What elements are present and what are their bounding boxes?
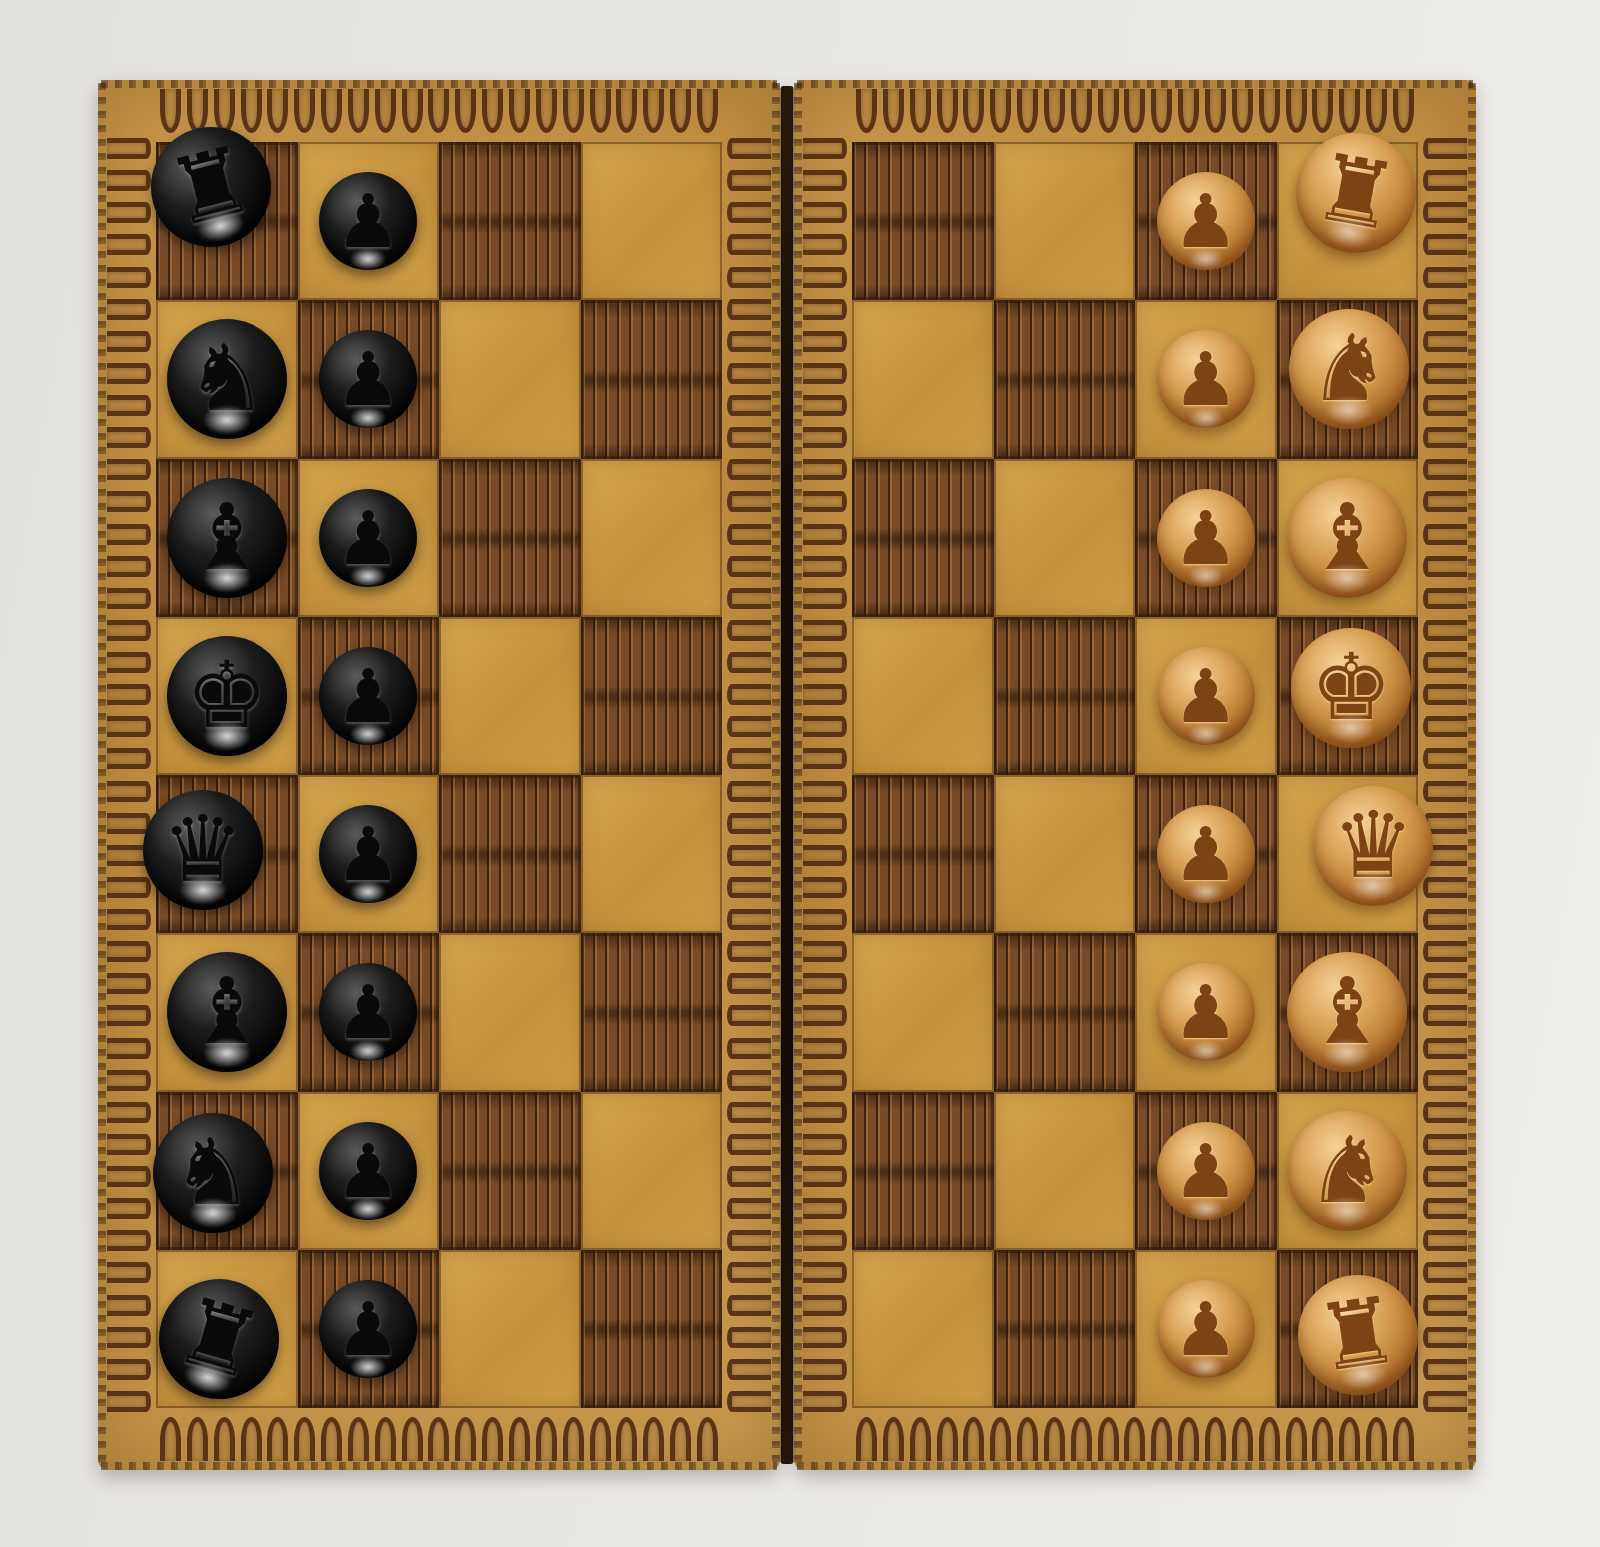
carved-arch-ornament xyxy=(107,588,151,609)
carved-arch-ornament xyxy=(1423,363,1467,384)
carved-arch-ornament xyxy=(727,363,771,384)
carved-arch-ornament xyxy=(803,331,847,352)
carved-arch-ornament xyxy=(267,1417,288,1461)
carved-arch-ornament xyxy=(727,941,771,962)
carved-arch-ornament xyxy=(1124,89,1145,133)
square-e5[interactable] xyxy=(581,617,723,775)
carved-arch-ornament xyxy=(803,1134,847,1155)
gloss-highlight xyxy=(1325,395,1373,425)
carved-arch-ornament xyxy=(727,1391,771,1412)
carved-arch-ornament xyxy=(803,363,847,384)
carved-arch-ornament xyxy=(727,524,771,545)
black-pawn-glyph: ♟ xyxy=(335,817,401,891)
carved-arch-ornament xyxy=(616,89,637,133)
piece-black-pawn[interactable]: ♟ xyxy=(298,933,440,1091)
carved-arch-ornament xyxy=(727,331,771,352)
square-h8[interactable]: ♜ xyxy=(156,142,298,300)
gloss-highlight xyxy=(203,405,251,435)
gloss-highlight xyxy=(350,1040,386,1062)
carved-arch-ornament xyxy=(107,459,151,480)
carved-arch-ornament xyxy=(1423,395,1467,416)
carved-arch-ornament xyxy=(803,845,847,866)
carved-arch-ornament xyxy=(1423,1262,1467,1283)
carved-arch-ornament xyxy=(727,1166,771,1187)
square-b2[interactable]: ♟ xyxy=(1135,1092,1277,1250)
gloss-highlight xyxy=(1188,881,1224,903)
square-d5[interactable] xyxy=(581,775,723,933)
square-b1[interactable]: ♞ xyxy=(1277,1092,1419,1250)
gloss-highlight xyxy=(350,565,386,587)
carved-arch-ornament xyxy=(803,491,847,512)
carved-arch-ornament xyxy=(536,1417,557,1461)
carved-arch-ornament xyxy=(1393,1417,1414,1461)
carved-arch-ornament xyxy=(803,556,847,577)
carved-arch-ornament xyxy=(910,1417,931,1461)
carved-arch-ornament xyxy=(1205,89,1226,133)
piece-white-knight[interactable]: ♞ xyxy=(1277,1092,1419,1250)
square-h7[interactable]: ♟ xyxy=(298,142,440,300)
carved-arch-ornament xyxy=(727,1134,771,1155)
carved-arch-ornament xyxy=(428,1417,449,1461)
square-g3[interactable] xyxy=(994,300,1136,458)
carved-arch-ornament xyxy=(803,1198,847,1219)
carved-arch-ornament xyxy=(803,1359,847,1380)
piece-white-pawn[interactable]: ♟ xyxy=(1135,459,1277,617)
piece-white-pawn[interactable]: ♟ xyxy=(1135,933,1277,1091)
black-pawn-glyph: ♟ xyxy=(335,1134,401,1208)
carved-arch-ornament xyxy=(348,1417,369,1461)
carved-arch-ornament xyxy=(803,299,847,320)
white-pawn-glyph: ♟ xyxy=(1173,342,1239,416)
right-panel-grid: ♟♜♟♞♟♝♟♚♟♛♟♝♟♞♟♜ xyxy=(852,142,1418,1408)
square-d7[interactable]: ♟ xyxy=(298,775,440,933)
carved-arch-ornament xyxy=(803,684,847,705)
square-f1[interactable]: ♝ xyxy=(1277,459,1419,617)
carved-arch-ornament xyxy=(1423,234,1467,255)
carved-arch-ornament xyxy=(1423,202,1467,223)
board-left-panel: ♜♟♞♟♝♟♚♟♛♟♝♟♞♟♜♟ xyxy=(98,80,780,1470)
carved-arch-ornament xyxy=(727,170,771,191)
carved-arch-ornament xyxy=(803,1295,847,1316)
black-pawn-glyph: ♟ xyxy=(335,659,401,733)
carved-arch-ornament xyxy=(727,973,771,994)
carved-arch-ornament xyxy=(803,202,847,223)
piece-black-rook[interactable]: ♜ xyxy=(123,93,299,281)
gloss-highlight xyxy=(189,1198,237,1228)
carved-arch-ornament xyxy=(803,395,847,416)
board-edge-notches xyxy=(101,1462,777,1470)
square-f2[interactable]: ♟ xyxy=(1135,459,1277,617)
carved-arch-ornament xyxy=(1423,524,1467,545)
carved-arch-ornament xyxy=(1339,1417,1360,1461)
square-f3[interactable] xyxy=(994,459,1136,617)
carved-arch-ornament xyxy=(1423,973,1467,994)
carved-arch-ornament xyxy=(803,973,847,994)
piece-black-knight[interactable]: ♞ xyxy=(142,1094,284,1252)
board-edge-notches xyxy=(794,83,802,1467)
carved-arch-ornament xyxy=(107,1262,151,1283)
carved-arch-ornament xyxy=(107,267,151,288)
piece-white-pawn[interactable]: ♟ xyxy=(1135,300,1277,458)
square-a5[interactable] xyxy=(581,1250,723,1408)
carved-arch-ornament xyxy=(187,1417,208,1461)
carved-arch-ornament xyxy=(727,138,771,159)
carved-arch-ornament xyxy=(1286,1417,1307,1461)
left-panel-grid: ♜♟♞♟♝♟♚♟♛♟♝♟♞♟♜♟ xyxy=(156,142,722,1408)
carved-arch-ornament xyxy=(803,1262,847,1283)
carved-arch-ornament xyxy=(856,89,877,133)
carved-arch-ornament xyxy=(1044,1417,1065,1461)
square-b8[interactable]: ♞ xyxy=(156,1092,298,1250)
piece-black-bishop[interactable]: ♝ xyxy=(156,459,298,617)
square-e2[interactable]: ♟ xyxy=(1135,617,1277,775)
black-pawn-glyph: ♟ xyxy=(335,342,401,416)
carved-arch-ornament xyxy=(1423,491,1467,512)
square-b5[interactable] xyxy=(581,1092,723,1250)
carved-arch-ornament xyxy=(428,89,449,133)
square-b6[interactable] xyxy=(439,1092,581,1250)
carved-arch-ornament xyxy=(803,1102,847,1123)
carved-arch-ornament xyxy=(107,395,151,416)
gloss-highlight xyxy=(1323,1038,1371,1068)
carved-arch-ornament xyxy=(803,877,847,898)
square-a6[interactable] xyxy=(439,1250,581,1408)
carved-arch-ornament xyxy=(107,556,151,577)
piece-black-pawn[interactable]: ♟ xyxy=(298,142,440,300)
carved-arch-ornament xyxy=(803,716,847,737)
carved-arch-ornament xyxy=(727,395,771,416)
carved-arch-ornament xyxy=(727,202,771,223)
gloss-highlight xyxy=(1188,723,1224,745)
square-b7[interactable]: ♟ xyxy=(298,1092,440,1250)
carved-arch-ornament xyxy=(563,1417,584,1461)
square-g6[interactable] xyxy=(439,300,581,458)
carved-arch-ornament xyxy=(803,781,847,802)
board-edge-notches xyxy=(98,83,106,1467)
gloss-highlight xyxy=(1323,1196,1371,1226)
square-c2[interactable]: ♟ xyxy=(1135,933,1277,1091)
square-f8[interactable]: ♝ xyxy=(156,459,298,617)
carved-arch-ornament xyxy=(727,748,771,769)
carved-arch-ornament xyxy=(803,1230,847,1251)
piece-black-pawn[interactable]: ♟ xyxy=(298,300,440,458)
carved-arch-ornament xyxy=(107,427,151,448)
white-pawn-glyph: ♟ xyxy=(1173,1134,1239,1208)
carved-arch-ornament xyxy=(727,1005,771,1026)
board-edge-notches xyxy=(797,1462,1473,1470)
carved-arch-ornament xyxy=(1423,1070,1467,1091)
carved-arch-ornament xyxy=(727,588,771,609)
carved-arch-ornament xyxy=(590,1417,611,1461)
piece-white-pawn[interactable]: ♟ xyxy=(1135,775,1277,933)
carved-arch-ornament xyxy=(509,1417,530,1461)
carved-arch-ornament xyxy=(727,684,771,705)
gloss-highlight xyxy=(1349,871,1397,901)
piece-black-pawn[interactable]: ♟ xyxy=(298,775,440,933)
carved-arch-ornament xyxy=(1259,89,1280,133)
gloss-highlight xyxy=(350,1356,386,1378)
carved-arch-ornament xyxy=(321,89,342,133)
square-c5[interactable] xyxy=(581,933,723,1091)
carved-arch-ornament xyxy=(1259,1417,1280,1461)
carved-arch-ornament xyxy=(1124,1417,1145,1461)
carved-arch-ornament xyxy=(375,1417,396,1461)
square-e4[interactable] xyxy=(852,617,994,775)
piece-black-knight[interactable]: ♞ xyxy=(156,300,298,458)
chess-board: ♜♟♞♟♝♟♚♟♛♟♝♟♞♟♜♟ ♟♜♟♞♟♝♟♚♟♛♟♝♟♞♟♜ xyxy=(98,80,1476,1470)
carved-arch-ornament xyxy=(107,234,151,255)
carved-arch-ornament xyxy=(727,813,771,834)
piece-white-bishop[interactable]: ♝ xyxy=(1277,459,1419,617)
square-f6[interactable] xyxy=(439,459,581,617)
piece-black-pawn[interactable]: ♟ xyxy=(298,1250,440,1408)
piece-white-king[interactable]: ♚ xyxy=(1281,609,1423,767)
carved-arch-ornament xyxy=(727,267,771,288)
carved-arch-ornament xyxy=(1366,1417,1387,1461)
carved-arch-ornament xyxy=(455,1417,476,1461)
square-g8[interactable]: ♞ xyxy=(156,300,298,458)
carved-arch-ornament xyxy=(1423,1230,1467,1251)
carved-arch-ornament xyxy=(107,716,151,737)
carved-arch-ornament xyxy=(267,89,288,133)
square-e6[interactable] xyxy=(439,617,581,775)
square-d1[interactable]: ♛ xyxy=(1277,775,1419,933)
carved-arch-ornament xyxy=(1423,1102,1467,1123)
carved-arch-ornament xyxy=(727,459,771,480)
square-c1[interactable]: ♝ xyxy=(1277,933,1419,1091)
carved-arch-ornament xyxy=(107,748,151,769)
square-a4[interactable] xyxy=(852,1250,994,1408)
carved-arch-ornament xyxy=(643,89,664,133)
carved-arch-ornament xyxy=(1423,652,1467,673)
photo-background: ♜♟♞♟♝♟♚♟♛♟♝♟♞♟♜♟ ♟♜♟♞♟♝♟♚♟♛♟♝♟♞♟♜ xyxy=(0,0,1600,1547)
piece-black-queen[interactable]: ♛ xyxy=(132,771,274,929)
square-c4[interactable] xyxy=(852,933,994,1091)
square-b4[interactable] xyxy=(852,1092,994,1250)
carved-arch-ornament xyxy=(727,909,771,930)
square-d6[interactable] xyxy=(439,775,581,933)
carved-arch-ornament xyxy=(990,1417,1011,1461)
square-b3[interactable] xyxy=(994,1092,1136,1250)
square-f5[interactable] xyxy=(581,459,723,617)
gloss-highlight xyxy=(1188,407,1224,429)
square-a7[interactable]: ♟ xyxy=(298,1250,440,1408)
square-h6[interactable] xyxy=(439,142,581,300)
carved-arch-ornament xyxy=(937,89,958,133)
carved-arch-ornament xyxy=(1423,588,1467,609)
carved-arch-ornament xyxy=(1423,556,1467,577)
square-g7[interactable]: ♟ xyxy=(298,300,440,458)
square-e3[interactable] xyxy=(994,617,1136,775)
carved-arch-ornament xyxy=(803,524,847,545)
carved-arch-ornament xyxy=(375,89,396,133)
square-d3[interactable] xyxy=(994,775,1136,933)
carved-arch-ornament xyxy=(616,1417,637,1461)
border-arch-strip-right xyxy=(727,138,771,1412)
carved-arch-ornament xyxy=(1098,89,1119,133)
square-g2[interactable]: ♟ xyxy=(1135,300,1277,458)
square-e7[interactable]: ♟ xyxy=(298,617,440,775)
carved-arch-ornament xyxy=(563,89,584,133)
carved-arch-ornament xyxy=(937,1417,958,1461)
carved-arch-ornament xyxy=(963,1417,984,1461)
carved-arch-ornament xyxy=(670,89,691,133)
white-pawn-glyph: ♟ xyxy=(1173,184,1239,258)
carved-arch-ornament xyxy=(107,491,151,512)
carved-arch-ornament xyxy=(107,524,151,545)
carved-arch-ornament xyxy=(727,491,771,512)
white-pawn-glyph: ♟ xyxy=(1173,501,1239,575)
carved-arch-ornament xyxy=(803,170,847,191)
carved-arch-ornament xyxy=(1423,1038,1467,1059)
square-d2[interactable]: ♟ xyxy=(1135,775,1277,933)
carved-arch-ornament xyxy=(1178,89,1199,133)
carved-arch-ornament xyxy=(670,1417,691,1461)
carved-arch-ornament xyxy=(1151,1417,1172,1461)
square-a2[interactable]: ♟ xyxy=(1135,1250,1277,1408)
piece-white-pawn[interactable]: ♟ xyxy=(1135,617,1277,775)
square-f4[interactable] xyxy=(852,459,994,617)
piece-black-bishop[interactable]: ♝ xyxy=(156,933,298,1091)
piece-white-knight[interactable]: ♞ xyxy=(1279,290,1421,448)
square-h2[interactable]: ♟ xyxy=(1135,142,1277,300)
black-pawn-glyph: ♟ xyxy=(335,1292,401,1366)
carved-arch-ornament xyxy=(107,1070,151,1091)
gloss-highlight xyxy=(1188,248,1224,270)
board-edge-notches xyxy=(797,80,1473,88)
carved-arch-ornament xyxy=(509,89,530,133)
white-pawn-glyph: ♟ xyxy=(1173,659,1239,733)
square-g4[interactable] xyxy=(852,300,994,458)
square-h3[interactable] xyxy=(994,142,1136,300)
carved-arch-ornament xyxy=(697,1417,718,1461)
carved-arch-ornament xyxy=(107,331,151,352)
piece-white-bishop[interactable]: ♝ xyxy=(1277,933,1419,1091)
carved-arch-ornament xyxy=(727,1038,771,1059)
carved-arch-ornament xyxy=(107,684,151,705)
carved-arch-ornament xyxy=(803,1038,847,1059)
carved-arch-ornament xyxy=(107,652,151,673)
square-g1[interactable]: ♞ xyxy=(1277,300,1419,458)
carved-arch-ornament xyxy=(107,973,151,994)
square-h4[interactable] xyxy=(852,142,994,300)
square-g5[interactable] xyxy=(581,300,723,458)
carved-arch-ornament xyxy=(107,620,151,641)
board-edge-notches xyxy=(1468,83,1476,1467)
carved-arch-ornament xyxy=(294,1417,315,1461)
carved-arch-ornament xyxy=(883,89,904,133)
square-c8[interactable]: ♝ xyxy=(156,933,298,1091)
square-c3[interactable] xyxy=(994,933,1136,1091)
square-a1[interactable]: ♜ xyxy=(1277,1250,1419,1408)
carved-arch-ornament xyxy=(727,234,771,255)
carved-arch-ornament xyxy=(402,89,423,133)
carved-arch-ornament xyxy=(590,89,611,133)
gloss-highlight xyxy=(350,723,386,745)
piece-black-rook[interactable]: ♜ xyxy=(129,1243,309,1434)
carved-arch-ornament xyxy=(1423,299,1467,320)
carved-arch-ornament xyxy=(1312,1417,1333,1461)
piece-white-pawn[interactable]: ♟ xyxy=(1135,1092,1277,1250)
square-e1[interactable]: ♚ xyxy=(1277,617,1419,775)
carved-arch-ornament xyxy=(803,813,847,834)
white-pawn-glyph: ♟ xyxy=(1173,1292,1239,1366)
square-d4[interactable] xyxy=(852,775,994,933)
carved-arch-ornament xyxy=(1205,1417,1226,1461)
carved-arch-ornament xyxy=(1017,89,1038,133)
carved-arch-ornament xyxy=(727,620,771,641)
piece-white-pawn[interactable]: ♟ xyxy=(1135,142,1277,300)
carved-arch-ornament xyxy=(1423,427,1467,448)
square-c7[interactable]: ♟ xyxy=(298,933,440,1091)
gloss-highlight xyxy=(1327,713,1375,743)
gloss-highlight xyxy=(203,1038,251,1068)
carved-arch-ornament xyxy=(803,909,847,930)
carved-arch-ornament xyxy=(536,89,557,133)
square-h1[interactable]: ♜ xyxy=(1277,142,1419,300)
gloss-highlight xyxy=(203,721,251,751)
gloss-highlight xyxy=(1188,1356,1224,1378)
carved-arch-ornament xyxy=(1423,684,1467,705)
gloss-highlight xyxy=(1188,1198,1224,1220)
carved-arch-ornament xyxy=(803,267,847,288)
carved-arch-ornament xyxy=(803,941,847,962)
board-edge-notches xyxy=(772,83,780,1467)
square-h5[interactable] xyxy=(581,142,723,300)
square-d8[interactable]: ♛ xyxy=(156,775,298,933)
square-e8[interactable]: ♚ xyxy=(156,617,298,775)
carved-arch-ornament xyxy=(727,427,771,448)
carved-arch-ornament xyxy=(727,1198,771,1219)
board-edge-notches xyxy=(101,80,777,88)
gloss-highlight xyxy=(350,881,386,903)
carved-arch-ornament xyxy=(1423,1134,1467,1155)
carved-arch-ornament xyxy=(727,299,771,320)
carved-arch-ornament xyxy=(803,1327,847,1348)
carved-arch-ornament xyxy=(107,1295,151,1316)
carved-arch-ornament xyxy=(1423,1198,1467,1219)
piece-black-pawn[interactable]: ♟ xyxy=(298,459,440,617)
gloss-highlight xyxy=(203,563,251,593)
carved-arch-ornament xyxy=(1423,620,1467,641)
square-c6[interactable] xyxy=(439,933,581,1091)
square-a3[interactable] xyxy=(994,1250,1136,1408)
carved-arch-ornament xyxy=(803,748,847,769)
carved-arch-ornament xyxy=(727,1230,771,1251)
piece-white-rook[interactable]: ♜ xyxy=(1276,1247,1438,1423)
piece-white-queen[interactable]: ♛ xyxy=(1303,767,1445,925)
carved-arch-ornament xyxy=(727,1102,771,1123)
piece-black-pawn[interactable]: ♟ xyxy=(298,1092,440,1250)
piece-white-rook[interactable]: ♜ xyxy=(1272,103,1439,283)
square-a8[interactable]: ♜ xyxy=(156,1250,298,1408)
carved-arch-ornament xyxy=(803,620,847,641)
carved-arch-ornament xyxy=(910,89,931,133)
carved-arch-ornament xyxy=(643,1417,664,1461)
piece-black-king[interactable]: ♚ xyxy=(156,617,298,775)
carved-arch-ornament xyxy=(107,1038,151,1059)
carved-arch-ornament xyxy=(727,1070,771,1091)
carved-arch-ornament xyxy=(803,459,847,480)
carved-arch-ornament xyxy=(455,89,476,133)
carved-arch-ornament xyxy=(402,1417,423,1461)
carved-arch-ornament xyxy=(990,89,1011,133)
square-f7[interactable]: ♟ xyxy=(298,459,440,617)
carved-arch-ornament xyxy=(803,427,847,448)
piece-white-pawn[interactable]: ♟ xyxy=(1135,1250,1277,1408)
carved-arch-ornament xyxy=(482,1417,503,1461)
piece-black-pawn[interactable]: ♟ xyxy=(298,617,440,775)
